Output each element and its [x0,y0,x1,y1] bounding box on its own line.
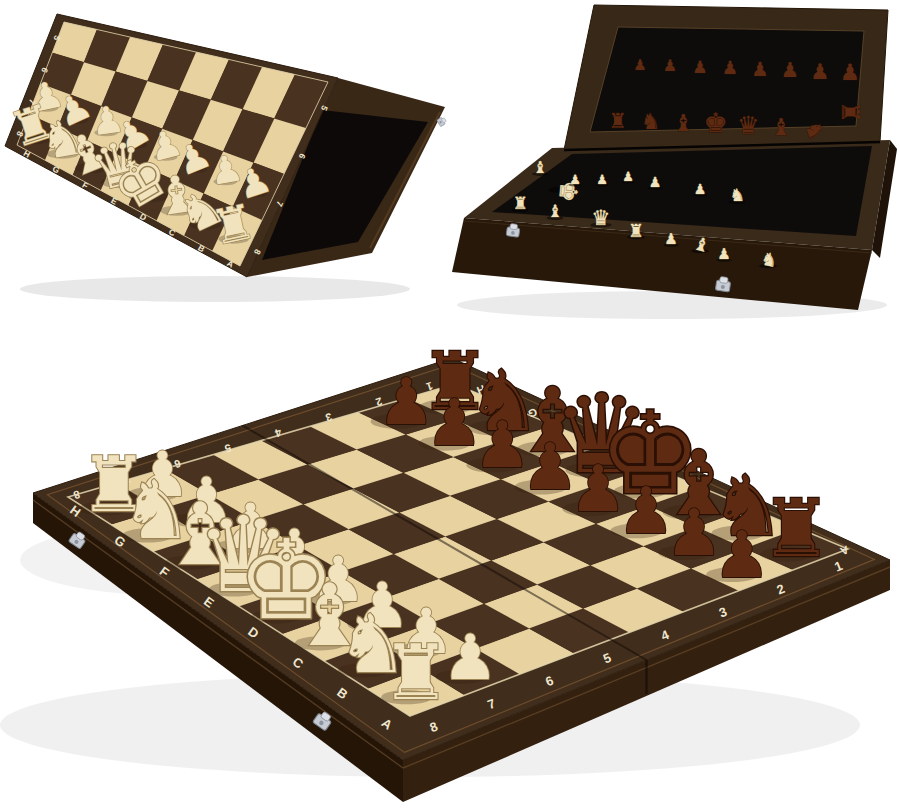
piece-w-R-a8: ♜ [382,628,450,717]
tray-piece-Q-10: ♛ [592,206,611,230]
tray-piece-P-12: ♟ [664,230,677,248]
lid-piece-R-7: ♜ [836,101,864,123]
tray-piece-P-6: ♟ [694,181,707,197]
piece-w-P-a7: ♟ [442,621,498,694]
tray-piece-P-4: ♟ [622,169,634,184]
lid-piece-B-2: ♝ [673,110,694,136]
lid-pawn-4: ♟ [751,58,768,81]
tray-piece-P-2: ♟ [569,172,581,187]
lid-piece-B-5: ♝ [771,114,792,140]
tray-piece-N-7: ♞ [729,185,744,205]
tray-piece-P-5: ♟ [649,174,662,190]
lid-pawn-3: ♟ [722,57,738,78]
tray-piece-B-1: ♝ [533,158,547,177]
folded-board: HGFEDCBA55667788♟♟♟♜♟♞♟♝♟♟♛♟♚♝♞♜ [3,14,447,302]
lid-pawn-1: ♟ [663,56,677,75]
lid-piece-Q-4: ♛ [737,111,759,140]
lid-piece-K-3: ♚ [704,107,728,138]
lid-piece-R-0: ♜ [609,109,628,133]
storage-box: ♟♟♟♟♟♟♟♟♜♞♝♚♛♝♞♜♚♝♟♟♟♟♟♞♜♝♛♜♟♝♟♞ [452,5,897,319]
tray-piece-P-3: ♟ [596,172,608,187]
lid-piece-N-1: ♞ [641,109,661,134]
folded-shadow [20,276,410,302]
piece-b-P-a2: ♟ [713,517,771,592]
tray-piece-P-14: ♟ [717,245,730,263]
piece-b-R-a1: ♜ [761,482,832,575]
main-board: HGFEDCBA87654321HGFEDCBA87654321♜♟♞♟♝♟♛♟… [0,335,890,802]
scene-svg: HGFEDCBA87654321HGFEDCBA87654321♜♟♞♟♝♟♛♟… [0,0,900,809]
tray-piece-R-8: ♜ [512,193,527,213]
tray-piece-R-11: ♜ [628,220,644,241]
lid-pawn-2: ♟ [692,57,707,77]
lid-pawn-0: ♟ [633,56,646,74]
tray-piece-B-9: ♝ [547,201,562,221]
lid-pawn-5: ♟ [781,58,799,82]
lid-pawn-6: ♟ [810,59,829,84]
product-photo: HGFEDCBA87654321HGFEDCBA87654321♜♟♞♟♝♟♛♟… [0,0,900,809]
lid-pawn-7: ♟ [840,59,860,85]
